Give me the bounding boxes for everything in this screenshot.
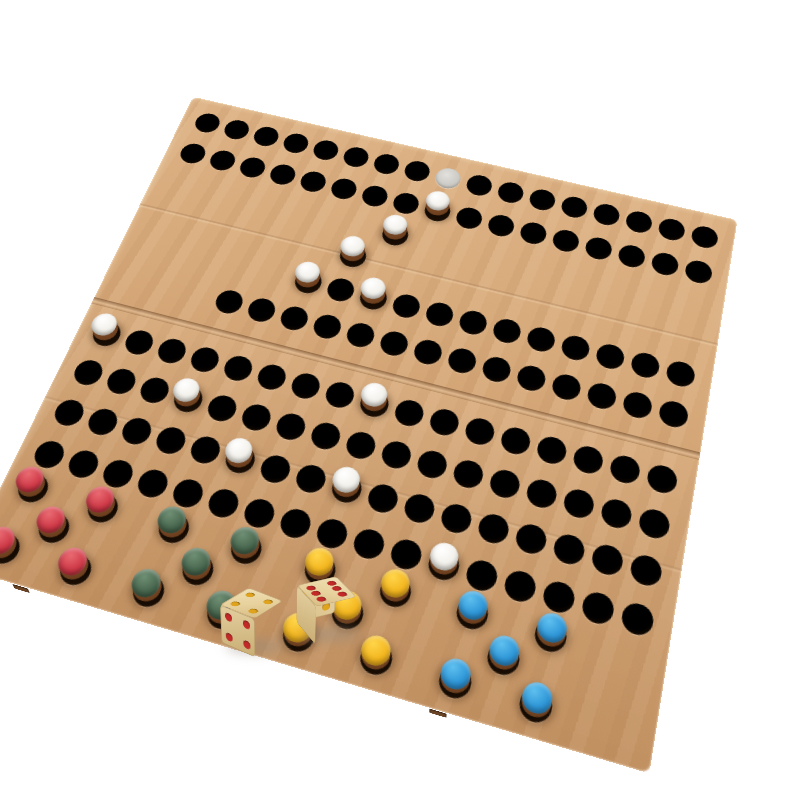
die-1[interactable] xyxy=(235,596,270,648)
photo-stage xyxy=(0,0,800,800)
dice-zone xyxy=(0,0,800,800)
